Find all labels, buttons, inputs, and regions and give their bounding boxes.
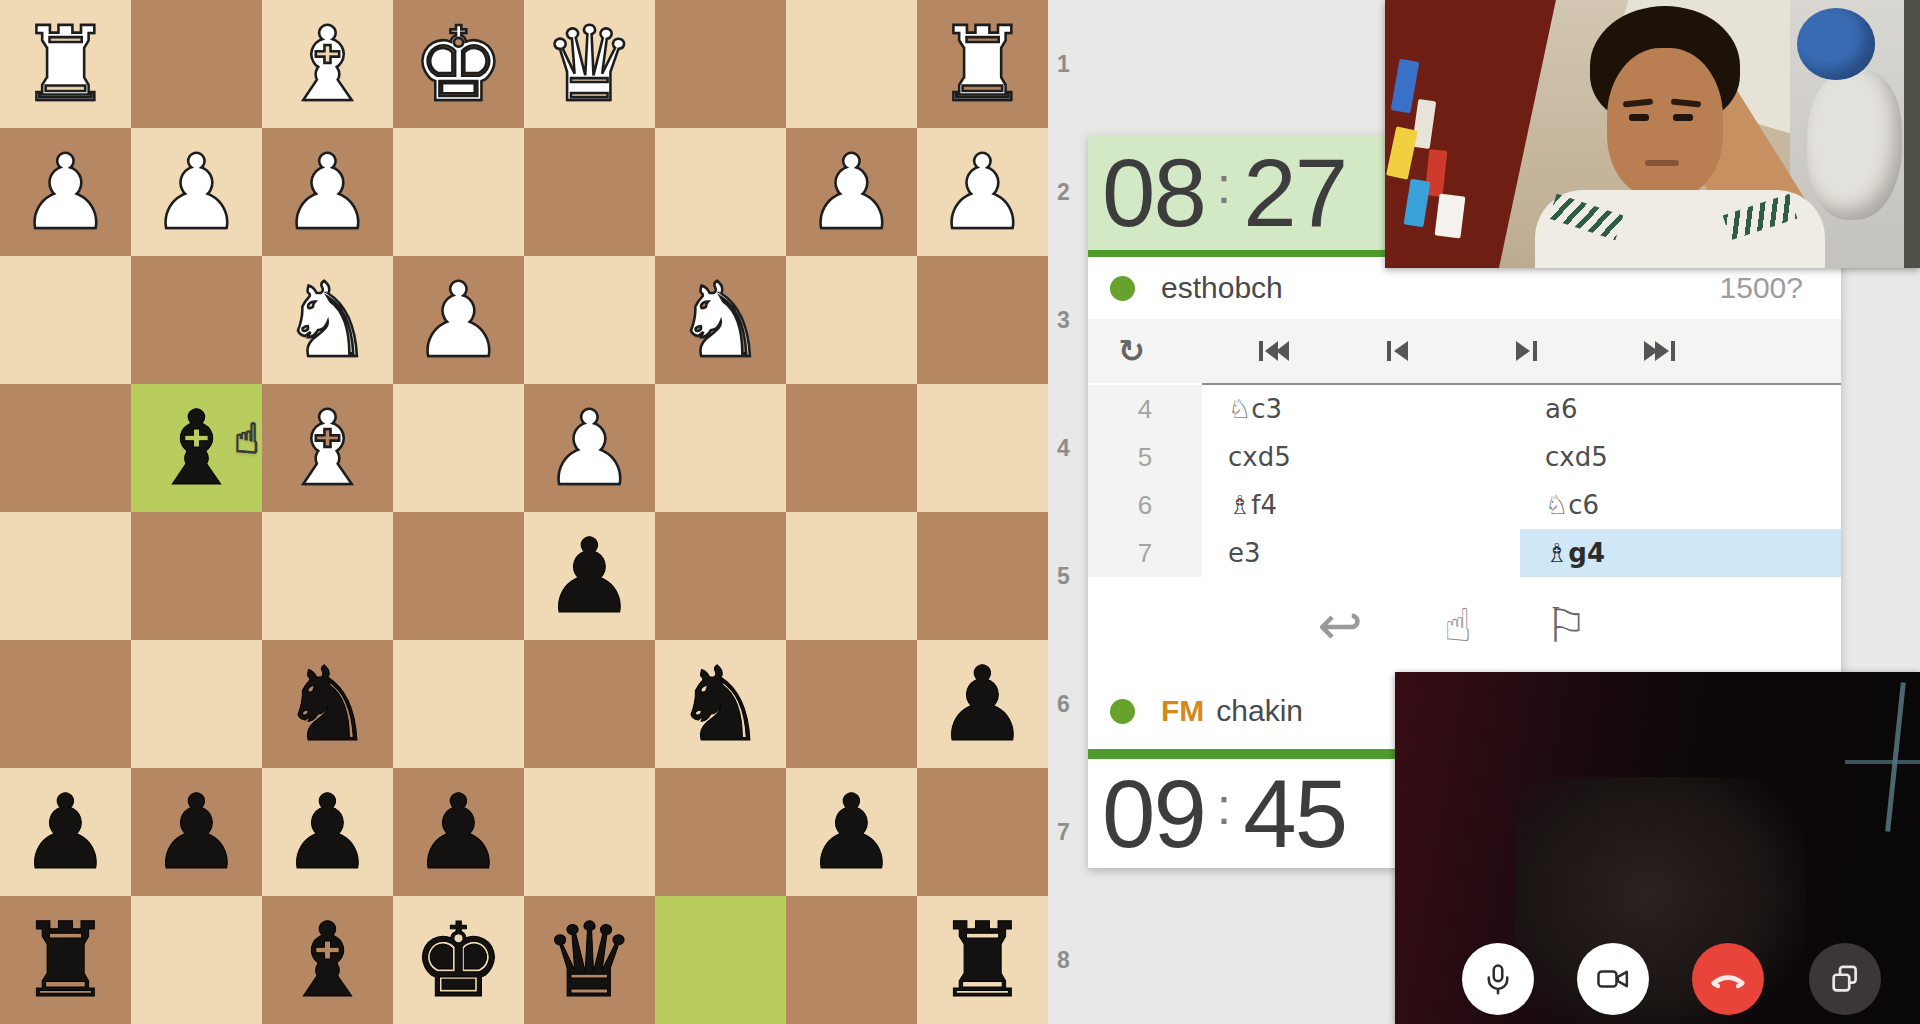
square-a6[interactable]: ♟ bbox=[917, 640, 1048, 768]
microphone-icon bbox=[1481, 962, 1515, 996]
rank-coordinates: 12345678 bbox=[1048, 0, 1092, 1024]
move-black-selected[interactable]: ♗g4 bbox=[1520, 529, 1841, 577]
rank-label-4: 4 bbox=[1048, 384, 1092, 512]
move-number: 5 bbox=[1088, 433, 1202, 481]
square-h4[interactable] bbox=[0, 384, 131, 512]
square-h1[interactable]: ♜ bbox=[0, 0, 131, 128]
square-d6[interactable] bbox=[524, 640, 655, 768]
skip-first-icon[interactable] bbox=[1258, 338, 1292, 364]
hang-up-icon bbox=[1708, 962, 1748, 996]
light-streak bbox=[1845, 760, 1920, 764]
square-a2[interactable]: ♟ bbox=[917, 128, 1048, 256]
square-h7[interactable]: ♟ bbox=[0, 768, 131, 896]
piece-black-knight: ♞ bbox=[655, 640, 786, 768]
square-g8[interactable] bbox=[131, 896, 262, 1024]
piece-black-pawn: ♟ bbox=[393, 768, 524, 896]
move-black[interactable]: ♘c6 bbox=[1520, 481, 1841, 529]
rank-label-3: 3 bbox=[1048, 256, 1092, 384]
book bbox=[1435, 194, 1466, 239]
rank-label-2: 2 bbox=[1048, 128, 1092, 256]
square-b1[interactable] bbox=[786, 0, 917, 128]
move-black[interactable]: a6 bbox=[1520, 385, 1841, 433]
square-a5[interactable] bbox=[917, 512, 1048, 640]
camera-button[interactable] bbox=[1577, 943, 1649, 1015]
square-g2[interactable]: ♟ bbox=[131, 128, 262, 256]
square-h3[interactable] bbox=[0, 256, 131, 384]
skip-last-icon[interactable] bbox=[1642, 338, 1676, 364]
piece-black-knight: ♞ bbox=[262, 640, 393, 768]
square-f4[interactable]: ♝ bbox=[262, 384, 393, 512]
online-dot-icon bbox=[1110, 699, 1135, 724]
square-f8[interactable]: ♝ bbox=[262, 896, 393, 1024]
chess-board: ♜♝♚♛♜♟♟♟♟♟♞♟♞♝♝♟♟♞♞♟♟♟♟♟♟♜♝♚♛♜ bbox=[0, 0, 1048, 1024]
camera-icon bbox=[1595, 962, 1631, 996]
square-a4[interactable] bbox=[917, 384, 1048, 512]
square-e4[interactable] bbox=[393, 384, 524, 512]
square-f3[interactable]: ♞ bbox=[262, 256, 393, 384]
square-e5[interactable] bbox=[393, 512, 524, 640]
square-f5[interactable] bbox=[262, 512, 393, 640]
square-a1[interactable]: ♜ bbox=[917, 0, 1048, 128]
square-b3[interactable] bbox=[786, 256, 917, 384]
copy-button[interactable] bbox=[1809, 943, 1881, 1015]
bottom-player-title: FM bbox=[1161, 694, 1204, 728]
replay-controls: ↻ bbox=[1088, 319, 1841, 383]
square-b8[interactable] bbox=[786, 896, 917, 1024]
person-face bbox=[1607, 48, 1723, 198]
piece-white-pawn: ♟ bbox=[524, 384, 655, 512]
piece-black-rook: ♜ bbox=[0, 896, 131, 1024]
move-row: 5 cxd5 cxd5 bbox=[1088, 433, 1841, 481]
piece-white-bishop: ♝ bbox=[262, 0, 393, 128]
square-e6[interactable] bbox=[393, 640, 524, 768]
piece-white-pawn: ♟ bbox=[131, 128, 262, 256]
top-player-name[interactable]: esthobch bbox=[1161, 271, 1283, 305]
clock-minutes: 08 bbox=[1102, 138, 1205, 248]
piece-black-king: ♚ bbox=[393, 896, 524, 1024]
square-a7[interactable] bbox=[917, 768, 1048, 896]
move-row: 6 ♗f4 ♘c6 bbox=[1088, 481, 1841, 529]
skip-next-icon[interactable] bbox=[1514, 338, 1538, 364]
square-h5[interactable] bbox=[0, 512, 131, 640]
piece-white-pawn: ♟ bbox=[0, 128, 131, 256]
eye bbox=[1629, 114, 1649, 121]
square-b4[interactable] bbox=[786, 384, 917, 512]
takeback-icon[interactable]: ↩ bbox=[1317, 594, 1362, 657]
wall-edge bbox=[1904, 0, 1920, 268]
copy-icon bbox=[1828, 962, 1862, 996]
square-d8[interactable]: ♛ bbox=[524, 896, 655, 1024]
person-shirt bbox=[1535, 190, 1825, 268]
square-e1[interactable]: ♚ bbox=[393, 0, 524, 128]
square-g3[interactable] bbox=[131, 256, 262, 384]
piece-black-pawn: ♟ bbox=[131, 768, 262, 896]
piece-black-pawn: ♟ bbox=[786, 768, 917, 896]
hand-icon[interactable]: ☝ bbox=[1444, 598, 1472, 652]
square-c1[interactable] bbox=[655, 0, 786, 128]
square-d5[interactable]: ♟ bbox=[524, 512, 655, 640]
plastic-bag bbox=[1807, 70, 1902, 220]
square-g1[interactable] bbox=[131, 0, 262, 128]
shirt-stripe bbox=[1549, 194, 1624, 240]
move-number: 6 bbox=[1088, 481, 1202, 529]
square-b7[interactable]: ♟ bbox=[786, 768, 917, 896]
clock-colon: : bbox=[1217, 155, 1231, 215]
square-d2[interactable] bbox=[524, 128, 655, 256]
rank-label-1: 1 bbox=[1048, 0, 1092, 128]
square-c2[interactable] bbox=[655, 128, 786, 256]
piece-black-pawn: ♟ bbox=[0, 768, 131, 896]
move-list: 4 ♘c3 a6 5 cxd5 cxd5 6 ♗f4 ♘c6 7 e3 ♗g4 bbox=[1088, 385, 1841, 577]
light-streak bbox=[1885, 682, 1906, 832]
square-d1[interactable]: ♛ bbox=[524, 0, 655, 128]
piece-black-pawn: ♟ bbox=[524, 512, 655, 640]
square-e7[interactable]: ♟ bbox=[393, 768, 524, 896]
piece-white-pawn: ♟ bbox=[917, 128, 1048, 256]
eyebrow bbox=[1623, 98, 1653, 107]
square-a8[interactable]: ♜ bbox=[917, 896, 1048, 1024]
move-white[interactable]: ♘c3 bbox=[1202, 385, 1520, 433]
square-e8[interactable]: ♚ bbox=[393, 896, 524, 1024]
eyebrow bbox=[1671, 98, 1701, 107]
rank-label-8: 8 bbox=[1048, 896, 1092, 1024]
piece-black-pawn: ♟ bbox=[917, 640, 1048, 768]
piece-white-pawn: ♟ bbox=[262, 128, 393, 256]
webcam-video-opponent bbox=[1385, 0, 1920, 268]
hang-up-button[interactable] bbox=[1692, 943, 1764, 1015]
square-c7[interactable] bbox=[655, 768, 786, 896]
blue-object bbox=[1797, 8, 1875, 80]
eye bbox=[1673, 114, 1693, 121]
screen: ♜♝♚♛♜♟♟♟♟♟♞♟♞♝♝♟♟♞♞♟♟♟♟♟♟♜♝♚♛♜ 12345678 … bbox=[0, 0, 1920, 1024]
shirt-stripe bbox=[1723, 194, 1798, 240]
piece-white-knight: ♞ bbox=[262, 256, 393, 384]
piece-black-bishop: ♝ bbox=[262, 896, 393, 1024]
top-player-rating: 1500? bbox=[1720, 271, 1803, 305]
clock-seconds: 27 bbox=[1243, 138, 1346, 248]
piece-white-rook: ♜ bbox=[0, 0, 131, 128]
piece-white-king: ♚ bbox=[393, 0, 524, 128]
piece-black-pawn: ♟ bbox=[262, 768, 393, 896]
piece-black-rook: ♜ bbox=[917, 896, 1048, 1024]
square-f7[interactable]: ♟ bbox=[262, 768, 393, 896]
rank-label-7: 7 bbox=[1048, 768, 1092, 896]
square-h8[interactable]: ♜ bbox=[0, 896, 131, 1024]
square-c3[interactable]: ♞ bbox=[655, 256, 786, 384]
piece-black-queen: ♛ bbox=[524, 896, 655, 1024]
square-h6[interactable] bbox=[0, 640, 131, 768]
webcam-video-self bbox=[1395, 672, 1920, 1024]
piece-white-pawn: ♟ bbox=[786, 128, 917, 256]
move-number: 4 bbox=[1088, 385, 1202, 433]
microphone-button[interactable] bbox=[1462, 943, 1534, 1015]
square-f1[interactable]: ♝ bbox=[262, 0, 393, 128]
square-c6[interactable]: ♞ bbox=[655, 640, 786, 768]
square-h2[interactable]: ♟ bbox=[0, 128, 131, 256]
online-dot-icon bbox=[1110, 276, 1135, 301]
move-row: 7 e3 ♗g4 bbox=[1088, 529, 1841, 577]
piece-white-rook: ♜ bbox=[917, 0, 1048, 128]
cursor-pointer-icon: ☝ bbox=[234, 414, 260, 463]
square-b2[interactable]: ♟ bbox=[786, 128, 917, 256]
square-g6[interactable] bbox=[131, 640, 262, 768]
skip-prev-icon[interactable] bbox=[1386, 338, 1410, 364]
clock-seconds: 45 bbox=[1243, 759, 1346, 869]
square-d4[interactable]: ♟ bbox=[524, 384, 655, 512]
square-a3[interactable] bbox=[917, 256, 1048, 384]
game-action-bar: ↩ ☝ ⚐ bbox=[1088, 577, 1841, 673]
move-white[interactable]: e3 bbox=[1202, 529, 1520, 577]
clock-colon: : bbox=[1217, 776, 1231, 836]
square-g5[interactable] bbox=[131, 512, 262, 640]
resign-flag-icon[interactable]: ⚐ bbox=[1544, 597, 1587, 653]
square-f2[interactable]: ♟ bbox=[262, 128, 393, 256]
square-e2[interactable] bbox=[393, 128, 524, 256]
rank-label-6: 6 bbox=[1048, 640, 1092, 768]
square-c5[interactable] bbox=[655, 512, 786, 640]
square-c8[interactable] bbox=[655, 896, 786, 1024]
mouth bbox=[1645, 160, 1679, 166]
move-white[interactable]: ♗f4 bbox=[1202, 481, 1520, 529]
piece-white-knight: ♞ bbox=[655, 256, 786, 384]
move-white[interactable]: cxd5 bbox=[1202, 433, 1520, 481]
square-e3[interactable]: ♟ bbox=[393, 256, 524, 384]
bottom-player-name[interactable]: chakin bbox=[1216, 694, 1303, 728]
square-g7[interactable]: ♟ bbox=[131, 768, 262, 896]
piece-white-bishop: ♝ bbox=[262, 384, 393, 512]
rank-label-5: 5 bbox=[1048, 512, 1092, 640]
clock-minutes: 09 bbox=[1102, 759, 1205, 869]
square-d3[interactable] bbox=[524, 256, 655, 384]
piece-white-queen: ♛ bbox=[524, 0, 655, 128]
square-d7[interactable] bbox=[524, 768, 655, 896]
replay-loop-icon[interactable]: ↻ bbox=[1118, 332, 1145, 370]
move-black[interactable]: cxd5 bbox=[1520, 433, 1841, 481]
move-row: 4 ♘c3 a6 bbox=[1088, 385, 1841, 433]
piece-white-pawn: ♟ bbox=[393, 256, 524, 384]
square-f6[interactable]: ♞ bbox=[262, 640, 393, 768]
move-number: 7 bbox=[1088, 529, 1202, 577]
square-b6[interactable] bbox=[786, 640, 917, 768]
square-b5[interactable] bbox=[786, 512, 917, 640]
square-c4[interactable] bbox=[655, 384, 786, 512]
